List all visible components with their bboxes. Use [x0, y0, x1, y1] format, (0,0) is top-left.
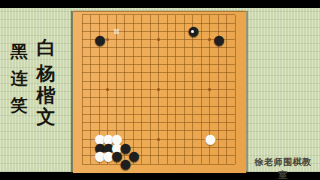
ghost-marker [114, 29, 119, 34]
grid-line-vertical [167, 15, 168, 164]
grid-line-vertical [201, 15, 202, 164]
star-point [208, 88, 211, 91]
grid-line-vertical [184, 15, 185, 164]
star-point [157, 38, 160, 41]
black-player-column: 黑 连 笑 [10, 43, 28, 114]
watermark: 徐老师围棋教室 [250, 156, 316, 180]
white-stone: ● [205, 134, 215, 144]
white-player-column: 白 杨 楷 文 [36, 38, 56, 126]
star-point [106, 38, 109, 41]
black-stone: ● [213, 35, 223, 45]
black-label: 黑 [11, 43, 28, 60]
grid-line-vertical [175, 15, 176, 164]
star-point [106, 88, 109, 91]
black-name-char: 连 [11, 70, 28, 87]
black-stone: ● [94, 35, 104, 45]
content-area: 黑 连 笑 白 杨 楷 文 ●●●●●●●●●●●●●●●● 徐老师围棋教室 [0, 8, 320, 172]
white-name-char: 楷 [37, 86, 56, 105]
grid-line-vertical [235, 15, 236, 164]
white-name-char: 文 [37, 107, 56, 126]
grid-line-vertical [226, 15, 227, 164]
grid-line-horizontal [82, 114, 235, 115]
star-point [157, 88, 160, 91]
white-name-char: 杨 [37, 64, 56, 83]
grid-line-horizontal [82, 97, 235, 98]
video-frame: 黑 连 笑 白 杨 楷 文 ●●●●●●●●●●●●●●●● 徐老师围棋教室 [0, 0, 320, 180]
star-point [208, 38, 211, 41]
go-board: ●●●●●●●●●●●●●●●● [73, 11, 246, 173]
grid-line-horizontal [82, 122, 235, 123]
black-name-char: 笑 [11, 97, 28, 114]
grid-line-horizontal [82, 106, 235, 107]
star-point [157, 138, 160, 141]
grid-line-horizontal [82, 164, 235, 165]
black-stone: ● [120, 159, 130, 169]
white-label: 白 [37, 38, 56, 57]
